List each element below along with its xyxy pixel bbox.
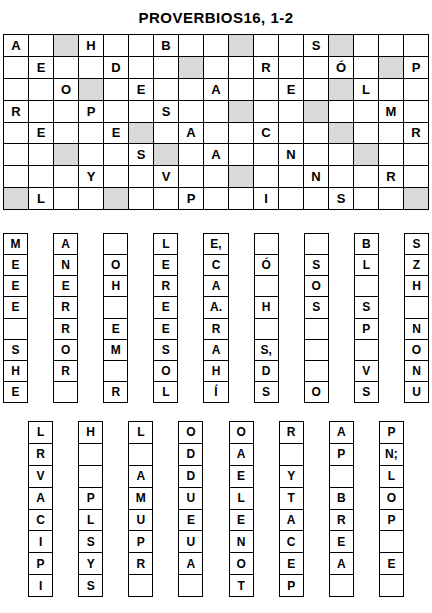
stack-cell-letter: S bbox=[255, 382, 278, 402]
grid-cell-blocked bbox=[229, 166, 253, 187]
stack-cell-letter: A bbox=[330, 422, 353, 443]
stack-cell-letter: E bbox=[4, 297, 27, 317]
grid-cell-blocked bbox=[229, 35, 253, 56]
grid-cell-blocked bbox=[129, 123, 153, 144]
stack-cell-letter: Y bbox=[280, 466, 303, 487]
stack-cell-letter: H bbox=[79, 422, 102, 443]
grid-cell-empty[interactable] bbox=[379, 35, 403, 56]
grid-cell-empty[interactable] bbox=[304, 123, 328, 144]
stack-cell-letter: R bbox=[280, 422, 303, 443]
stack-cell-letter: D bbox=[255, 361, 278, 381]
stack-cell-letter: U bbox=[179, 488, 202, 509]
letter-stacks-even-columns: LRVACIPIHPLSYSLAMUPRODDUEUAOAELENOTRYTAC… bbox=[3, 421, 429, 597]
stack-cell-letter: O bbox=[230, 553, 253, 574]
grid-cell-blocked bbox=[4, 188, 28, 209]
letter-stack-col-16: PN;LOPE bbox=[379, 421, 404, 597]
stack-cell-letter: E bbox=[54, 276, 77, 296]
grid-cell-empty[interactable] bbox=[204, 101, 228, 122]
stack-cell-letter: R bbox=[330, 510, 353, 531]
stack-cell-letter: P bbox=[330, 444, 353, 465]
stack-cell-letter: B bbox=[355, 234, 378, 254]
grid-cell-blocked bbox=[404, 188, 428, 209]
stack-cell-blocked bbox=[280, 444, 303, 465]
stack-cell-letter: O bbox=[179, 422, 202, 443]
stack-cell-letter: O bbox=[405, 340, 428, 360]
stack-cell-letter: P bbox=[29, 553, 52, 574]
letter-stack-col-5: OHEMR bbox=[103, 233, 128, 403]
grid-cell-letter: L bbox=[29, 188, 53, 209]
stack-cell-letter: A bbox=[129, 466, 152, 487]
letter-stack-col-12: RYTACEP bbox=[279, 421, 304, 597]
stack-cell-blocked bbox=[305, 319, 328, 339]
grid-cell-empty[interactable] bbox=[129, 166, 153, 187]
stack-cell-letter: D bbox=[179, 444, 202, 465]
stack-cell-blocked bbox=[104, 297, 127, 317]
stack-cell-letter: U bbox=[179, 531, 202, 552]
grid-cell-empty[interactable] bbox=[354, 123, 378, 144]
grid-cell-letter: R bbox=[254, 57, 278, 78]
letter-stack-col-10: OAELENOT bbox=[229, 421, 254, 597]
grid-cell-letter: S bbox=[129, 144, 153, 165]
grid-cell-letter: E bbox=[279, 79, 303, 100]
stack-cell-blocked bbox=[380, 531, 403, 552]
stack-cell-letter: I bbox=[29, 575, 52, 596]
grid-cell-letter: R bbox=[404, 123, 428, 144]
stack-cell-blocked bbox=[129, 575, 152, 596]
stack-cell-letter: E bbox=[230, 510, 253, 531]
grid-cell-letter: A bbox=[204, 79, 228, 100]
stack-cell-letter: E bbox=[330, 531, 353, 552]
stack-cell-letter: S bbox=[4, 340, 27, 360]
stack-cell-letter: O bbox=[54, 340, 77, 360]
grid-cell-letter: S bbox=[304, 35, 328, 56]
stack-cell-letter: S bbox=[405, 234, 428, 254]
grid-cell-letter: C bbox=[254, 123, 278, 144]
grid-cell-letter: N bbox=[279, 144, 303, 165]
grid-cell-empty[interactable] bbox=[254, 101, 278, 122]
stack-cell-letter: R bbox=[154, 276, 177, 296]
stack-cell-letter: S bbox=[355, 297, 378, 317]
letter-stack-col-1: MEEESHE bbox=[3, 233, 28, 403]
letter-stack-col-6: LAMUPR bbox=[128, 421, 153, 597]
grid-cell-empty[interactable] bbox=[379, 79, 403, 100]
grid-cell-empty[interactable] bbox=[154, 57, 178, 78]
grid-cell-letter: R bbox=[4, 101, 28, 122]
grid-cell-empty[interactable] bbox=[404, 166, 428, 187]
grid-cell-empty[interactable] bbox=[4, 123, 28, 144]
stack-cell-letter: S bbox=[305, 297, 328, 317]
stack-cell-blocked bbox=[255, 234, 278, 254]
stack-cell-letter: C bbox=[280, 531, 303, 552]
stack-cell-letter: P bbox=[79, 488, 102, 509]
grid-cell-empty[interactable] bbox=[29, 35, 53, 56]
grid-cell-empty[interactable] bbox=[229, 188, 253, 209]
stack-cell-letter: S bbox=[154, 340, 177, 360]
grid-cell-blocked bbox=[104, 188, 128, 209]
stack-cell-letter: N bbox=[230, 531, 253, 552]
stack-cell-blocked bbox=[255, 276, 278, 296]
grid-cell-empty[interactable] bbox=[29, 79, 53, 100]
stack-cell-blocked bbox=[79, 466, 102, 487]
stack-cell-letter: H bbox=[405, 276, 428, 296]
grid-cell-empty[interactable] bbox=[54, 57, 78, 78]
letter-stack-col-7: LEREESOL bbox=[153, 233, 178, 403]
grid-cell-empty[interactable] bbox=[379, 144, 403, 165]
grid-cell-letter: S bbox=[329, 188, 353, 209]
stack-cell-letter: E bbox=[104, 319, 127, 339]
grid-cell-blocked bbox=[54, 35, 78, 56]
grid-cell-empty[interactable] bbox=[304, 79, 328, 100]
letter-stacks-odd-columns: MEEESHEANERROROHEMRLEREESOLE,CAA.RAHÍÓHS… bbox=[3, 233, 429, 403]
grid-cell-empty[interactable] bbox=[129, 57, 153, 78]
grid-cell-letter: P bbox=[404, 57, 428, 78]
stack-cell-letter: O bbox=[305, 276, 328, 296]
grid-cell-empty[interactable] bbox=[354, 35, 378, 56]
grid-cell-empty[interactable] bbox=[129, 188, 153, 209]
grid-cell-empty[interactable] bbox=[104, 166, 128, 187]
grid-cell-letter: H bbox=[79, 35, 103, 56]
answer-grid: AHBSEDRÓPOEAELRPSMEEACRSANYVNRLPIS bbox=[3, 34, 429, 210]
stack-cell-letter: H bbox=[4, 361, 27, 381]
stack-cell-letter: S bbox=[355, 382, 378, 402]
stack-cell-letter: L bbox=[355, 255, 378, 275]
stack-cell-letter: R bbox=[54, 361, 77, 381]
grid-cell-blocked bbox=[329, 123, 353, 144]
stack-cell-blocked bbox=[255, 319, 278, 339]
grid-cell-empty[interactable] bbox=[379, 188, 403, 209]
stack-cell-letter: L bbox=[154, 382, 177, 402]
grid-cell-empty[interactable] bbox=[129, 35, 153, 56]
letter-stack-col-2: LRVACIPI bbox=[28, 421, 53, 597]
grid-cell-empty[interactable] bbox=[4, 57, 28, 78]
letter-stack-col-14: APBREA bbox=[329, 421, 354, 597]
grid-cell-blocked bbox=[154, 144, 178, 165]
grid-cell-letter: E bbox=[29, 123, 53, 144]
stack-cell-blocked bbox=[305, 361, 328, 381]
stack-cell-letter: E bbox=[380, 553, 403, 574]
grid-cell-letter: B bbox=[154, 35, 178, 56]
grid-cell-empty[interactable] bbox=[4, 166, 28, 187]
grid-cell-empty[interactable] bbox=[279, 123, 303, 144]
grid-cell-letter: P bbox=[79, 101, 103, 122]
grid-cell-blocked bbox=[54, 144, 78, 165]
grid-cell-empty[interactable] bbox=[204, 57, 228, 78]
stack-cell-letter: C bbox=[29, 510, 52, 531]
grid-cell-empty[interactable] bbox=[179, 101, 203, 122]
stack-cell-letter: M bbox=[4, 234, 27, 254]
grid-cell-empty[interactable] bbox=[304, 188, 328, 209]
stack-cell-letter: P bbox=[355, 319, 378, 339]
letter-stack-col-9: E,CAA.RAHÍ bbox=[203, 233, 228, 403]
grid-cell-empty[interactable] bbox=[79, 188, 103, 209]
stack-cell-letter: A. bbox=[204, 297, 227, 317]
grid-cell-empty[interactable] bbox=[279, 101, 303, 122]
grid-cell-empty[interactable] bbox=[204, 188, 228, 209]
grid-cell-empty[interactable] bbox=[229, 57, 253, 78]
letter-stack-col-4: HPLSYS bbox=[78, 421, 103, 597]
stack-cell-letter: L bbox=[129, 422, 152, 443]
grid-cell-empty[interactable] bbox=[304, 57, 328, 78]
grid-cell-blocked bbox=[304, 101, 328, 122]
grid-cell-letter: A bbox=[4, 35, 28, 56]
grid-cell-blocked bbox=[179, 57, 203, 78]
grid-cell-letter: Ó bbox=[329, 57, 353, 78]
grid-cell-empty[interactable] bbox=[254, 144, 278, 165]
grid-cell-empty[interactable] bbox=[4, 79, 28, 100]
grid-cell-letter: P bbox=[179, 188, 203, 209]
stack-cell-letter: E bbox=[154, 255, 177, 275]
grid-cell-empty[interactable] bbox=[54, 101, 78, 122]
grid-cell-empty[interactable] bbox=[104, 144, 128, 165]
grid-cell-letter: E bbox=[29, 57, 53, 78]
grid-cell-empty[interactable] bbox=[404, 35, 428, 56]
stack-cell-blocked bbox=[54, 382, 77, 402]
grid-cell-blocked bbox=[329, 35, 353, 56]
grid-cell-blocked bbox=[229, 101, 253, 122]
stack-cell-letter: Z bbox=[405, 255, 428, 275]
grid-cell-empty[interactable] bbox=[229, 79, 253, 100]
stack-cell-blocked bbox=[104, 234, 127, 254]
grid-cell-empty[interactable] bbox=[29, 166, 53, 187]
grid-cell-empty[interactable] bbox=[154, 123, 178, 144]
grid-cell-letter: L bbox=[354, 79, 378, 100]
grid-cell-empty[interactable] bbox=[54, 123, 78, 144]
stack-cell-letter: R bbox=[54, 297, 77, 317]
stack-cell-letter: R bbox=[54, 319, 77, 339]
stack-cell-letter: L bbox=[380, 466, 403, 487]
letter-stack-col-13: SOSO bbox=[304, 233, 329, 403]
grid-cell-empty[interactable] bbox=[179, 35, 203, 56]
stack-cell-letter: R bbox=[129, 553, 152, 574]
grid-cell-empty[interactable] bbox=[54, 166, 78, 187]
stack-cell-letter: S bbox=[305, 255, 328, 275]
stack-cell-letter: Y bbox=[79, 553, 102, 574]
puzzle-title: PROVERBIOS16, 1-2 bbox=[0, 9, 432, 26]
stack-cell-letter: S, bbox=[255, 340, 278, 360]
stack-cell-letter: V bbox=[29, 466, 52, 487]
stack-cell-letter: N bbox=[54, 255, 77, 275]
stack-cell-letter: A bbox=[204, 340, 227, 360]
grid-cell-empty[interactable] bbox=[279, 166, 303, 187]
letter-stack-col-15: BLSPVS bbox=[354, 233, 379, 403]
stack-cell-letter: P bbox=[380, 510, 403, 531]
stack-cell-blocked bbox=[330, 466, 353, 487]
stack-cell-letter: E bbox=[280, 553, 303, 574]
stack-cell-letter: O bbox=[305, 382, 328, 402]
stack-cell-letter: R bbox=[104, 382, 127, 402]
grid-cell-empty[interactable] bbox=[129, 101, 153, 122]
grid-cell-empty[interactable] bbox=[179, 166, 203, 187]
grid-cell-blocked bbox=[354, 144, 378, 165]
stack-cell-letter: A bbox=[179, 553, 202, 574]
grid-cell-empty[interactable] bbox=[104, 35, 128, 56]
stack-cell-letter: A bbox=[204, 276, 227, 296]
stack-cell-letter: D bbox=[179, 466, 202, 487]
letter-stack-col-8: ODDUEUA bbox=[178, 421, 203, 597]
stack-cell-letter: L bbox=[79, 510, 102, 531]
grid-cell-letter: S bbox=[154, 101, 178, 122]
grid-cell-empty[interactable] bbox=[104, 101, 128, 122]
stack-cell-letter: V bbox=[355, 361, 378, 381]
grid-cell-empty[interactable] bbox=[329, 101, 353, 122]
stack-cell-letter: L bbox=[154, 234, 177, 254]
puzzle-page: PROVERBIOS16, 1-2 AHBSEDRÓPOEAELRPSMEEAC… bbox=[0, 0, 432, 613]
grid-cell-empty[interactable] bbox=[204, 123, 228, 144]
grid-cell-empty[interactable] bbox=[229, 144, 253, 165]
grid-cell-empty[interactable] bbox=[279, 57, 303, 78]
grid-cell-empty[interactable] bbox=[279, 35, 303, 56]
grid-cell-letter: A bbox=[179, 123, 203, 144]
stack-cell-letter: S bbox=[79, 575, 102, 596]
grid-cell-empty[interactable] bbox=[354, 57, 378, 78]
stack-cell-letter: E bbox=[230, 466, 253, 487]
grid-cell-empty[interactable] bbox=[104, 79, 128, 100]
grid-cell-empty[interactable] bbox=[354, 188, 378, 209]
grid-cell-empty[interactable] bbox=[79, 57, 103, 78]
grid-cell-empty[interactable] bbox=[79, 123, 103, 144]
stack-cell-letter: Ó bbox=[255, 255, 278, 275]
grid-cell-letter: E bbox=[104, 123, 128, 144]
grid-cell-letter: N bbox=[304, 166, 328, 187]
grid-cell-empty[interactable] bbox=[154, 79, 178, 100]
stack-cell-empty bbox=[380, 575, 403, 596]
stack-cell-letter: I bbox=[29, 531, 52, 552]
grid-cell-letter: O bbox=[54, 79, 78, 100]
grid-cell-empty[interactable] bbox=[329, 144, 353, 165]
grid-cell-empty[interactable] bbox=[304, 144, 328, 165]
letter-stack-col-11: ÓHS,DS bbox=[254, 233, 279, 403]
stack-cell-letter: E bbox=[4, 255, 27, 275]
grid-cell-blocked bbox=[79, 79, 103, 100]
grid-cell-empty[interactable] bbox=[204, 35, 228, 56]
stack-cell-letter: P bbox=[280, 575, 303, 596]
grid-cell-empty[interactable] bbox=[4, 144, 28, 165]
stack-cell-letter: B bbox=[330, 488, 353, 509]
letter-stack-col-17: SZHNONU bbox=[404, 233, 429, 403]
grid-cell-empty[interactable] bbox=[254, 166, 278, 187]
stack-cell-letter: A bbox=[330, 553, 353, 574]
grid-cell-empty[interactable] bbox=[254, 35, 278, 56]
stack-cell-letter: E bbox=[4, 382, 27, 402]
grid-cell-blocked bbox=[329, 79, 353, 100]
stack-cell-blocked bbox=[4, 319, 27, 339]
stack-cell-letter: A bbox=[54, 234, 77, 254]
stack-cell-letter: O bbox=[380, 488, 403, 509]
grid-cell-empty[interactable] bbox=[29, 101, 53, 122]
stack-cell-letter: L bbox=[230, 488, 253, 509]
stack-cell-blocked bbox=[104, 361, 127, 381]
stack-cell-letter: N bbox=[405, 361, 428, 381]
grid-cell-empty[interactable] bbox=[54, 188, 78, 209]
grid-cell-letter: E bbox=[129, 79, 153, 100]
stack-cell-letter: P bbox=[129, 531, 152, 552]
grid-cell-empty[interactable] bbox=[404, 101, 428, 122]
stack-cell-letter: Í bbox=[204, 382, 227, 402]
stack-cell-blocked bbox=[305, 234, 328, 254]
stack-cell-letter: O bbox=[230, 422, 253, 443]
stack-cell-blocked bbox=[355, 276, 378, 296]
stack-cell-letter: U bbox=[405, 382, 428, 402]
stack-cell-letter: E, bbox=[204, 234, 227, 254]
stack-cell-letter: H bbox=[204, 361, 227, 381]
grid-cell-empty[interactable] bbox=[179, 79, 203, 100]
stack-cell-letter: L bbox=[29, 422, 52, 443]
stack-cell-letter: M bbox=[129, 488, 152, 509]
stack-cell-letter: H bbox=[104, 276, 127, 296]
stack-cell-letter: E bbox=[154, 297, 177, 317]
stack-cell-letter: H bbox=[255, 297, 278, 317]
stack-cell-letter: N; bbox=[380, 444, 403, 465]
stack-cell-letter: P bbox=[380, 422, 403, 443]
grid-cell-empty[interactable] bbox=[279, 188, 303, 209]
grid-cell-letter: M bbox=[379, 101, 403, 122]
stack-cell-letter: O bbox=[154, 361, 177, 381]
grid-cell-empty[interactable] bbox=[354, 101, 378, 122]
grid-cell-empty[interactable] bbox=[404, 144, 428, 165]
grid-cell-letter: I bbox=[254, 188, 278, 209]
stack-cell-letter: A bbox=[230, 444, 253, 465]
stack-cell-letter: E bbox=[4, 276, 27, 296]
grid-cell-letter: Y bbox=[79, 166, 103, 187]
letter-stack-col-3: ANERROR bbox=[53, 233, 78, 403]
grid-cell-empty[interactable] bbox=[329, 166, 353, 187]
stack-cell-letter: S bbox=[79, 531, 102, 552]
stack-cell-letter: T bbox=[230, 575, 253, 596]
grid-cell-empty[interactable] bbox=[229, 123, 253, 144]
grid-cell-empty[interactable] bbox=[379, 123, 403, 144]
grid-cell-empty[interactable] bbox=[404, 79, 428, 100]
grid-cell-empty[interactable] bbox=[179, 144, 203, 165]
stack-cell-letter: T bbox=[280, 488, 303, 509]
stack-cell-letter: A bbox=[280, 510, 303, 531]
grid-cell-empty[interactable] bbox=[204, 166, 228, 187]
stack-cell-blocked bbox=[129, 444, 152, 465]
stack-cell-blocked bbox=[179, 575, 202, 596]
stack-cell-letter: R bbox=[29, 444, 52, 465]
grid-cell-letter: R bbox=[379, 166, 403, 187]
stack-cell-letter: C bbox=[204, 255, 227, 275]
stack-cell-letter: A bbox=[29, 488, 52, 509]
stack-cell-letter: M bbox=[104, 340, 127, 360]
stack-cell-blocked bbox=[305, 340, 328, 360]
stack-cell-blocked bbox=[330, 575, 353, 596]
stack-cell-letter: E bbox=[154, 319, 177, 339]
stack-cell-blocked bbox=[355, 340, 378, 360]
grid-cell-empty[interactable] bbox=[254, 79, 278, 100]
grid-cell-empty[interactable] bbox=[79, 144, 103, 165]
grid-cell-empty[interactable] bbox=[154, 188, 178, 209]
grid-cell-empty[interactable] bbox=[354, 166, 378, 187]
grid-cell-empty[interactable] bbox=[29, 144, 53, 165]
grid-cell-letter: D bbox=[104, 57, 128, 78]
grid-cell-blocked bbox=[379, 57, 403, 78]
stack-cell-blocked bbox=[79, 444, 102, 465]
stack-cell-letter: U bbox=[129, 510, 152, 531]
stack-cell-letter: N bbox=[405, 319, 428, 339]
stack-cell-letter: E bbox=[179, 510, 202, 531]
stack-cell-letter: O bbox=[104, 255, 127, 275]
grid-cell-letter: V bbox=[154, 166, 178, 187]
stack-cell-letter: R bbox=[204, 319, 227, 339]
grid-cell-letter: A bbox=[204, 144, 228, 165]
stack-cell-blocked bbox=[405, 297, 428, 317]
